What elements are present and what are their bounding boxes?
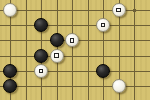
square-marker-icon xyxy=(116,8,121,13)
square-marker-icon xyxy=(101,23,106,28)
grid-line-vertical xyxy=(72,0,73,100)
grid-line-vertical xyxy=(134,0,135,100)
stone-white-marked[interactable] xyxy=(50,49,64,63)
stone-white[interactable] xyxy=(3,3,17,17)
stone-white-marked[interactable] xyxy=(96,18,110,32)
stone-black[interactable] xyxy=(34,18,48,32)
square-marker-icon xyxy=(70,38,75,43)
stone-white-marked[interactable] xyxy=(34,64,48,78)
grid-line-vertical xyxy=(88,0,89,100)
square-marker-icon xyxy=(54,53,59,58)
stone-white-marked[interactable] xyxy=(112,3,126,17)
stone-black[interactable] xyxy=(50,33,64,47)
star-point xyxy=(133,9,136,12)
grid-line-horizontal xyxy=(0,86,150,87)
stone-white-marked[interactable] xyxy=(65,33,79,47)
square-marker-icon xyxy=(39,69,44,74)
stone-black[interactable] xyxy=(34,49,48,63)
grid-line-vertical xyxy=(103,0,104,100)
grid-line-horizontal xyxy=(0,71,150,72)
grid-line-vertical xyxy=(26,0,27,100)
grid-line-horizontal xyxy=(0,10,150,11)
go-board[interactable] xyxy=(0,0,150,100)
grid-line-horizontal xyxy=(0,56,150,57)
stone-black[interactable] xyxy=(3,64,17,78)
stone-black[interactable] xyxy=(96,64,110,78)
board-background xyxy=(0,0,150,100)
stone-white[interactable] xyxy=(112,79,126,93)
stone-black[interactable] xyxy=(3,79,17,93)
grid-line-horizontal xyxy=(0,25,150,26)
